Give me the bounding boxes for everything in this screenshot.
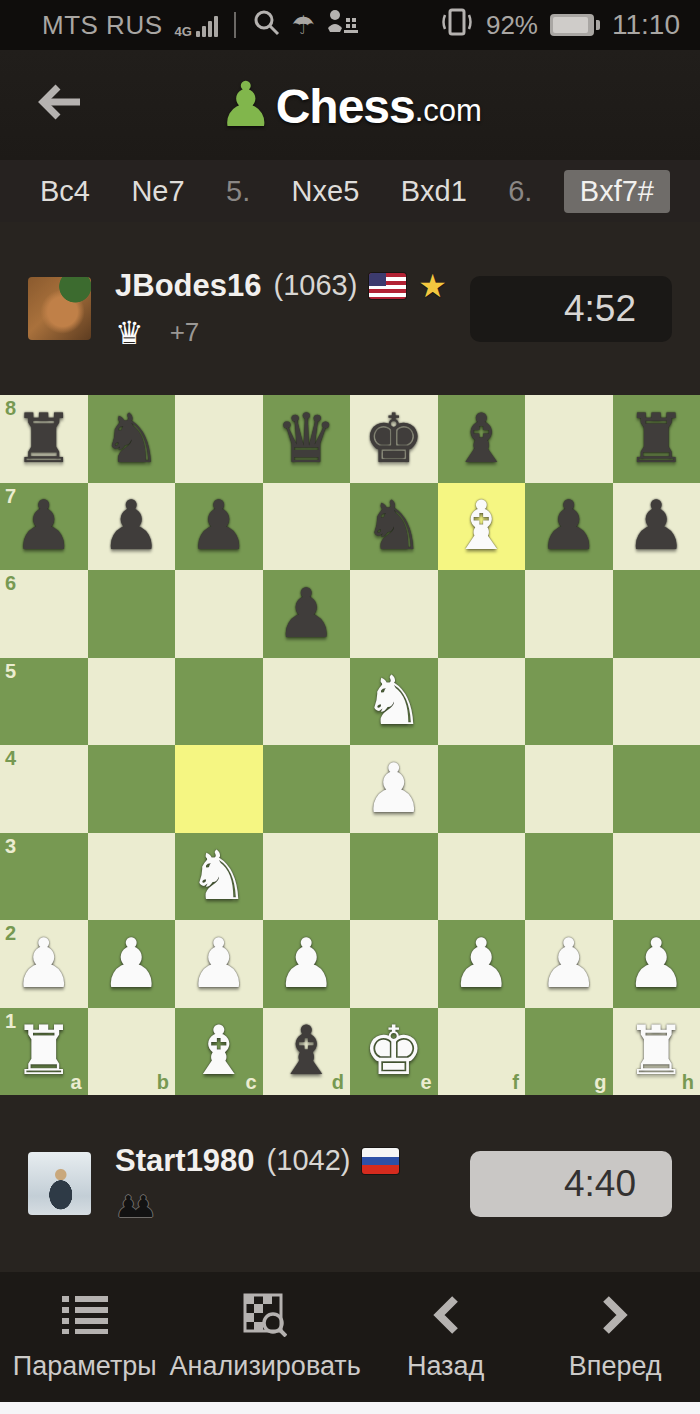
- square-a3[interactable]: 3: [0, 833, 88, 921]
- move-list: Bc4Ne75.Nxe5Bxd16.Bxf7#: [0, 160, 700, 222]
- square-h6[interactable]: [613, 570, 700, 658]
- material-advantage: +7: [170, 317, 200, 348]
- chess-board: 8♜♞♛♚♝♜7♟♟♟♞♝♟♟6♟5♞4♟3♞2♟♟♟♟♟♟♟1a♜bc♝d♝e…: [0, 395, 700, 1095]
- rank-label: 6: [5, 573, 16, 593]
- square-g7[interactable]: ♟: [525, 483, 613, 571]
- search-icon: [252, 8, 280, 43]
- square-e4[interactable]: ♟: [350, 745, 438, 833]
- square-c5[interactable]: [175, 658, 263, 746]
- black-pawn-a7: ♟: [13, 492, 74, 560]
- nav-label: Вперед: [569, 1351, 662, 1382]
- logo-pawn-icon: ♟: [218, 76, 274, 134]
- white-pawn-e4: ♟: [363, 755, 424, 823]
- square-c1[interactable]: c♝: [175, 1008, 263, 1096]
- black-rook-a8: ♜: [13, 405, 74, 473]
- square-e5[interactable]: ♞: [350, 658, 438, 746]
- square-f2[interactable]: ♟: [438, 920, 526, 1008]
- square-c3[interactable]: ♞: [175, 833, 263, 921]
- forward-move-button[interactable]: Вперед: [530, 1293, 700, 1382]
- nav-label: Анализировать: [170, 1351, 361, 1382]
- back-move-button[interactable]: Назад: [361, 1293, 531, 1382]
- square-b1[interactable]: b: [88, 1008, 176, 1096]
- square-g4[interactable]: [525, 745, 613, 833]
- move-token[interactable]: Ne7: [121, 170, 194, 213]
- logo-domain: .com: [415, 88, 482, 134]
- rank-label: 2: [5, 923, 16, 943]
- white-knight-c3: ♞: [188, 842, 249, 910]
- square-e3[interactable]: [350, 833, 438, 921]
- square-d1[interactable]: d♝: [263, 1008, 351, 1096]
- square-e7[interactable]: ♞: [350, 483, 438, 571]
- battery-percent: 92%: [486, 10, 538, 41]
- square-h2[interactable]: ♟: [613, 920, 700, 1008]
- logo-word: Chess: [276, 80, 415, 134]
- square-a2[interactable]: 2♟: [0, 920, 88, 1008]
- square-b3[interactable]: [88, 833, 176, 921]
- square-e8[interactable]: ♚: [350, 395, 438, 483]
- white-bishop-c1: ♝: [188, 1017, 249, 1085]
- analyze-button[interactable]: Анализировать: [170, 1293, 361, 1382]
- file-label: g: [594, 1072, 606, 1092]
- chesscom-logo: ♟ Chess .com: [218, 76, 482, 134]
- square-h1[interactable]: h♜: [613, 1008, 700, 1096]
- file-label: c: [245, 1072, 256, 1092]
- square-g5[interactable]: [525, 658, 613, 746]
- move-token[interactable]: Bc4: [30, 170, 100, 213]
- square-d6[interactable]: ♟: [263, 570, 351, 658]
- black-rook-h8: ♜: [626, 405, 687, 473]
- square-f8[interactable]: ♝: [438, 395, 526, 483]
- square-a8[interactable]: 8♜: [0, 395, 88, 483]
- square-g8[interactable]: [525, 395, 613, 483]
- clock-time: 11:10: [612, 9, 680, 41]
- square-f6[interactable]: [438, 570, 526, 658]
- options-button[interactable]: Параметры: [0, 1293, 170, 1382]
- square-f7[interactable]: ♝: [438, 483, 526, 571]
- white-knight-e5: ♞: [363, 667, 424, 735]
- black-pawn-h7: ♟: [626, 492, 687, 560]
- black-queen-d8: ♛: [276, 405, 337, 473]
- player-panel-top: JBodes16 (1063) ★ ♛ +7 4:52: [0, 222, 700, 395]
- player-name[interactable]: Start1980: [115, 1143, 255, 1179]
- gesture-bar[interactable]: [0, 1402, 700, 1414]
- square-b5[interactable]: [88, 658, 176, 746]
- analysis-board-icon: [243, 1293, 287, 1337]
- white-rook-a1: ♜: [13, 1017, 74, 1085]
- black-pawn-c7: ♟: [188, 492, 249, 560]
- square-a1[interactable]: 1a♜: [0, 1008, 88, 1096]
- signal-icon: 4G: [175, 13, 218, 37]
- square-h4[interactable]: [613, 745, 700, 833]
- file-label: a: [70, 1072, 81, 1092]
- square-b4[interactable]: [88, 745, 176, 833]
- square-f4[interactable]: [438, 745, 526, 833]
- player-name[interactable]: JBodes16: [115, 268, 261, 304]
- square-f5[interactable]: [438, 658, 526, 746]
- black-pawn-g7: ♟: [538, 492, 599, 560]
- square-d5[interactable]: [263, 658, 351, 746]
- black-king-e8: ♚: [363, 405, 424, 473]
- us-flag-icon: [369, 273, 406, 299]
- bottom-nav: Параметры Анализировать Назад: [0, 1272, 700, 1402]
- square-e2[interactable]: [350, 920, 438, 1008]
- rank-label: 1: [5, 1011, 16, 1031]
- vpn-umbrella-icon: ☂: [292, 12, 315, 38]
- square-c6[interactable]: [175, 570, 263, 658]
- move-token[interactable]: Nxe5: [282, 170, 370, 213]
- player-panel-bottom: Start1980 (1042) ♟♟ 4:40: [0, 1095, 700, 1272]
- square-h8[interactable]: ♜: [613, 395, 700, 483]
- white-pawn-a2: ♟: [13, 930, 74, 998]
- file-label: d: [332, 1072, 344, 1092]
- square-c2[interactable]: ♟: [175, 920, 263, 1008]
- rank-label: 3: [5, 836, 16, 856]
- nav-label: Назад: [407, 1351, 484, 1382]
- square-h3[interactable]: [613, 833, 700, 921]
- black-knight-e7: ♞: [363, 492, 424, 560]
- square-a4[interactable]: 4: [0, 745, 88, 833]
- ru-flag-icon: [362, 1148, 399, 1174]
- move-token[interactable]: Bxf7#: [564, 170, 670, 213]
- app-header: ♟ Chess .com: [0, 50, 700, 160]
- black-pawn-d6: ♟: [276, 580, 337, 648]
- square-b7[interactable]: ♟: [88, 483, 176, 571]
- captured-queen-icon: ♛: [115, 317, 144, 349]
- player-rating: (1063): [273, 269, 357, 302]
- white-pawn-h2: ♟: [626, 930, 687, 998]
- square-b2[interactable]: ♟: [88, 920, 176, 1008]
- rank-label: 4: [5, 748, 16, 768]
- square-g2[interactable]: ♟: [525, 920, 613, 1008]
- square-a5[interactable]: 5: [0, 658, 88, 746]
- white-bishop-f7: ♝: [451, 492, 512, 560]
- white-pawn-c2: ♟: [188, 930, 249, 998]
- square-b6[interactable]: [88, 570, 176, 658]
- square-d7[interactable]: [263, 483, 351, 571]
- square-a6[interactable]: 6: [0, 570, 88, 658]
- square-a7[interactable]: 7♟: [0, 483, 88, 571]
- square-b8[interactable]: ♞: [88, 395, 176, 483]
- rank-label: 8: [5, 398, 16, 418]
- app-screen: MTS RUS 4G ☂: [0, 0, 700, 1414]
- ok-app-icon: [327, 8, 361, 43]
- star-icon: ★: [418, 267, 447, 305]
- nav-label: Параметры: [13, 1351, 157, 1382]
- move-token: 5.: [216, 170, 260, 213]
- back-arrow-icon[interactable]: [34, 76, 86, 128]
- rank-label: 5: [5, 661, 16, 681]
- divider: [234, 12, 236, 38]
- black-bishop-d1: ♝: [276, 1017, 337, 1085]
- file-label: h: [682, 1072, 694, 1092]
- black-pawn-b7: ♟: [101, 492, 162, 560]
- avatar[interactable]: [28, 277, 91, 340]
- white-pawn-g2: ♟: [538, 930, 599, 998]
- file-label: f: [512, 1072, 519, 1092]
- square-e6[interactable]: [350, 570, 438, 658]
- square-f3[interactable]: [438, 833, 526, 921]
- file-label: b: [157, 1072, 169, 1092]
- square-c4[interactable]: [175, 745, 263, 833]
- white-pawn-d2: ♟: [276, 930, 337, 998]
- carrier-label: MTS RUS: [42, 10, 163, 41]
- black-bishop-f8: ♝: [451, 405, 512, 473]
- captured-pawns-icon: ♟♟: [115, 1192, 157, 1222]
- rank-label: 7: [5, 486, 16, 506]
- square-f1[interactable]: f: [438, 1008, 526, 1096]
- white-pawn-f2: ♟: [451, 930, 512, 998]
- black-knight-b8: ♞: [101, 405, 162, 473]
- file-label: e: [420, 1072, 431, 1092]
- chevron-right-icon: [600, 1293, 630, 1337]
- square-d3[interactable]: [263, 833, 351, 921]
- white-pawn-b2: ♟: [101, 930, 162, 998]
- square-d4[interactable]: [263, 745, 351, 833]
- square-c7[interactable]: ♟: [175, 483, 263, 571]
- square-e1[interactable]: e♚: [350, 1008, 438, 1096]
- square-h7[interactable]: ♟: [613, 483, 700, 571]
- square-g3[interactable]: [525, 833, 613, 921]
- square-h5[interactable]: [613, 658, 700, 746]
- chevron-left-icon: [431, 1293, 461, 1337]
- avatar[interactable]: [28, 1152, 91, 1215]
- white-rook-h1: ♜: [626, 1017, 687, 1085]
- square-g1[interactable]: g: [525, 1008, 613, 1096]
- player-rating: (1042): [267, 1144, 351, 1177]
- square-c8[interactable]: [175, 395, 263, 483]
- clock-top: 4:52: [470, 276, 672, 342]
- options-list-icon: [62, 1293, 108, 1337]
- status-bar: MTS RUS 4G ☂: [0, 0, 700, 50]
- square-d2[interactable]: ♟: [263, 920, 351, 1008]
- square-g6[interactable]: [525, 570, 613, 658]
- clock-bottom: 4:40: [470, 1151, 672, 1217]
- vibrate-icon: [440, 7, 474, 44]
- square-d8[interactable]: ♛: [263, 395, 351, 483]
- battery-icon: [550, 14, 600, 36]
- white-king-e1: ♚: [363, 1017, 424, 1085]
- move-token[interactable]: Bxd1: [391, 170, 477, 213]
- move-token: 6.: [498, 170, 542, 213]
